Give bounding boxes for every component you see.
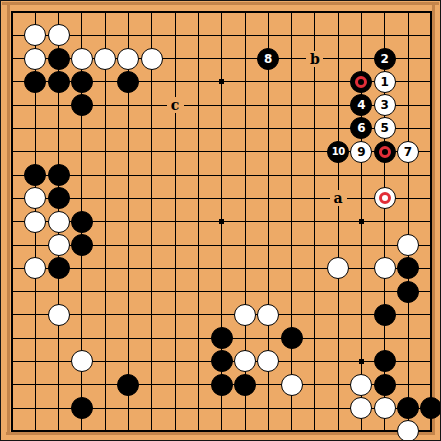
black-stone: [397, 281, 419, 303]
white-stone: [257, 350, 279, 372]
circle-mark: [379, 146, 391, 158]
black-stone: 6: [350, 117, 372, 139]
black-stone: [374, 141, 396, 163]
white-stone: [350, 397, 372, 419]
black-stone: [420, 397, 441, 419]
white-stone: [24, 48, 46, 70]
white-stone: [234, 304, 256, 326]
black-stone: [71, 211, 93, 233]
circle-mark: [379, 192, 391, 204]
white-stone: 3: [374, 94, 396, 116]
go-board: 82143651097abc: [0, 0, 441, 441]
stones-grid: 82143651097abc: [0, 0, 441, 441]
white-stone: [48, 24, 70, 46]
white-stone: [48, 304, 70, 326]
black-stone: [24, 164, 46, 186]
white-stone: [48, 234, 70, 256]
black-stone: [350, 71, 372, 93]
black-stone: [397, 397, 419, 419]
white-stone: [24, 187, 46, 209]
black-stone: [71, 397, 93, 419]
black-stone: [24, 71, 46, 93]
move-number: 6: [357, 122, 365, 134]
black-stone: 2: [374, 48, 396, 70]
black-stone: [234, 374, 256, 396]
black-stone: [117, 374, 139, 396]
black-stone: [48, 71, 70, 93]
black-stone: [211, 327, 233, 349]
white-stone: [374, 257, 396, 279]
move-number: 10: [332, 147, 345, 157]
white-stone: 1: [374, 71, 396, 93]
point-label-c: c: [167, 97, 184, 113]
black-stone: [374, 350, 396, 372]
black-stone: [48, 187, 70, 209]
white-stone: [257, 304, 279, 326]
move-number: 8: [264, 53, 272, 65]
white-stone: [327, 257, 349, 279]
black-stone: [211, 350, 233, 372]
black-stone: [117, 71, 139, 93]
white-stone: 7: [397, 141, 419, 163]
move-number: 4: [357, 99, 365, 111]
black-stone: [211, 374, 233, 396]
black-stone: [48, 257, 70, 279]
black-stone: [48, 164, 70, 186]
white-stone: [397, 420, 419, 441]
move-number: 5: [381, 122, 389, 134]
white-stone: [281, 374, 303, 396]
black-stone: [281, 327, 303, 349]
white-stone: [24, 24, 46, 46]
black-stone: 8: [257, 48, 279, 70]
white-stone: [71, 48, 93, 70]
black-stone: 4: [350, 94, 372, 116]
white-stone: [94, 48, 116, 70]
black-stone: 10: [327, 141, 349, 163]
white-stone: [374, 187, 396, 209]
white-stone: [24, 257, 46, 279]
black-stone: [48, 48, 70, 70]
white-stone: 5: [374, 117, 396, 139]
move-number: 7: [404, 146, 412, 158]
point-label-b: b: [306, 51, 323, 67]
white-stone: [24, 211, 46, 233]
white-stone: [48, 211, 70, 233]
black-stone: [71, 94, 93, 116]
black-stone: [374, 374, 396, 396]
move-number: 3: [381, 99, 389, 111]
white-stone: [234, 350, 256, 372]
circle-mark: [355, 76, 367, 88]
white-stone: [374, 397, 396, 419]
white-stone: 9: [350, 141, 372, 163]
white-stone: [350, 374, 372, 396]
black-stone: [71, 234, 93, 256]
move-number: 2: [381, 53, 389, 65]
white-stone: [71, 350, 93, 372]
white-stone: [117, 48, 139, 70]
white-stone: [141, 48, 163, 70]
move-number: 9: [357, 146, 365, 158]
black-stone: [374, 304, 396, 326]
white-stone: [397, 234, 419, 256]
move-number: 1: [381, 76, 389, 88]
black-stone: [71, 71, 93, 93]
black-stone: [397, 257, 419, 279]
point-label-a: a: [330, 190, 347, 206]
